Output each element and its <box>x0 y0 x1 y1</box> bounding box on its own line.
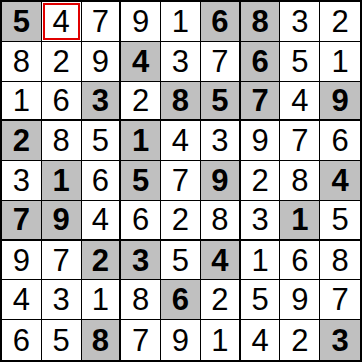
cell-r4c1[interactable]: 2 <box>2 121 42 161</box>
cell-r9c7[interactable]: 4 <box>241 320 281 360</box>
cell-r3c7[interactable]: 7 <box>241 82 281 122</box>
cell-r9c8[interactable]: 2 <box>280 320 320 360</box>
cell-r7c8[interactable]: 6 <box>280 241 320 281</box>
cell-r3c6[interactable]: 5 <box>201 82 241 122</box>
cell-r2c4[interactable]: 4 <box>121 42 161 82</box>
cell-r8c1[interactable]: 4 <box>2 280 42 320</box>
cell-r8c9[interactable]: 7 <box>320 280 360 320</box>
cell-r9c9[interactable]: 3 <box>320 320 360 360</box>
cell-r9c6[interactable]: 1 <box>201 320 241 360</box>
cell-r3c8[interactable]: 4 <box>280 82 320 122</box>
cell-r7c1[interactable]: 9 <box>2 241 42 281</box>
cell-r9c3[interactable]: 8 <box>82 320 122 360</box>
cell-r5c8[interactable]: 8 <box>280 161 320 201</box>
cell-r6c2[interactable]: 9 <box>42 201 82 241</box>
cell-r6c6[interactable]: 8 <box>201 201 241 241</box>
cell-r9c4[interactable]: 7 <box>121 320 161 360</box>
cell-r2c7[interactable]: 6 <box>241 42 281 82</box>
cell-r4c7[interactable]: 9 <box>241 121 281 161</box>
cell-r2c2[interactable]: 2 <box>42 42 82 82</box>
cell-r1c7[interactable]: 8 <box>241 2 281 42</box>
cell-r5c2[interactable]: 1 <box>42 161 82 201</box>
cell-r1c3[interactable]: 7 <box>82 2 122 42</box>
cell-r5c6[interactable]: 9 <box>201 161 241 201</box>
cell-r5c3[interactable]: 6 <box>82 161 122 201</box>
cell-r8c3[interactable]: 1 <box>82 280 122 320</box>
cell-r7c9[interactable]: 8 <box>320 241 360 281</box>
cell-r9c5[interactable]: 9 <box>161 320 201 360</box>
cell-r3c4[interactable]: 2 <box>121 82 161 122</box>
cell-r1c6[interactable]: 6 <box>201 2 241 42</box>
cell-r7c2[interactable]: 7 <box>42 241 82 281</box>
cell-r6c5[interactable]: 2 <box>161 201 201 241</box>
cell-r4c8[interactable]: 7 <box>280 121 320 161</box>
cell-r1c2[interactable]: 4 <box>42 2 82 42</box>
cell-r7c6[interactable]: 4 <box>201 241 241 281</box>
cell-r6c1[interactable]: 7 <box>2 201 42 241</box>
cell-r4c9[interactable]: 6 <box>320 121 360 161</box>
cell-r1c8[interactable]: 3 <box>280 2 320 42</box>
cell-r1c4[interactable]: 9 <box>121 2 161 42</box>
cell-r6c3[interactable]: 4 <box>82 201 122 241</box>
cell-r4c3[interactable]: 5 <box>82 121 122 161</box>
cell-r5c9[interactable]: 4 <box>320 161 360 201</box>
cell-r6c4[interactable]: 6 <box>121 201 161 241</box>
cell-r9c1[interactable]: 6 <box>2 320 42 360</box>
cell-r8c8[interactable]: 9 <box>280 280 320 320</box>
cell-r5c1[interactable]: 3 <box>2 161 42 201</box>
cell-r3c3[interactable]: 3 <box>82 82 122 122</box>
cell-r9c2[interactable]: 5 <box>42 320 82 360</box>
cell-r3c9[interactable]: 9 <box>320 82 360 122</box>
cell-r8c2[interactable]: 3 <box>42 280 82 320</box>
cell-r6c7[interactable]: 3 <box>241 201 281 241</box>
cell-r2c1[interactable]: 8 <box>2 42 42 82</box>
cell-r2c3[interactable]: 9 <box>82 42 122 82</box>
cell-r8c7[interactable]: 5 <box>241 280 281 320</box>
cell-r7c7[interactable]: 1 <box>241 241 281 281</box>
cell-r4c4[interactable]: 1 <box>121 121 161 161</box>
cell-r4c6[interactable]: 3 <box>201 121 241 161</box>
cell-r8c5[interactable]: 6 <box>161 280 201 320</box>
cell-r7c3[interactable]: 2 <box>82 241 122 281</box>
cell-r6c9[interactable]: 5 <box>320 201 360 241</box>
cell-r4c2[interactable]: 8 <box>42 121 82 161</box>
cell-r5c7[interactable]: 2 <box>241 161 281 201</box>
cell-r2c6[interactable]: 7 <box>201 42 241 82</box>
cell-r1c5[interactable]: 1 <box>161 2 201 42</box>
cell-r7c5[interactable]: 5 <box>161 241 201 281</box>
cell-r8c4[interactable]: 8 <box>121 280 161 320</box>
sudoku-board: 5479168328294376511632857492851439763165… <box>0 0 362 362</box>
cell-r2c8[interactable]: 5 <box>280 42 320 82</box>
cell-r3c2[interactable]: 6 <box>42 82 82 122</box>
cell-r5c4[interactable]: 5 <box>121 161 161 201</box>
cell-r3c1[interactable]: 1 <box>2 82 42 122</box>
cell-r2c5[interactable]: 3 <box>161 42 201 82</box>
cell-r6c8[interactable]: 1 <box>280 201 320 241</box>
cell-r1c9[interactable]: 2 <box>320 2 360 42</box>
cell-r3c5[interactable]: 8 <box>161 82 201 122</box>
cell-r8c6[interactable]: 2 <box>201 280 241 320</box>
cell-r5c5[interactable]: 7 <box>161 161 201 201</box>
cell-r2c9[interactable]: 1 <box>320 42 360 82</box>
cell-r7c4[interactable]: 3 <box>121 241 161 281</box>
cell-r1c1[interactable]: 5 <box>2 2 42 42</box>
cell-r4c5[interactable]: 4 <box>161 121 201 161</box>
